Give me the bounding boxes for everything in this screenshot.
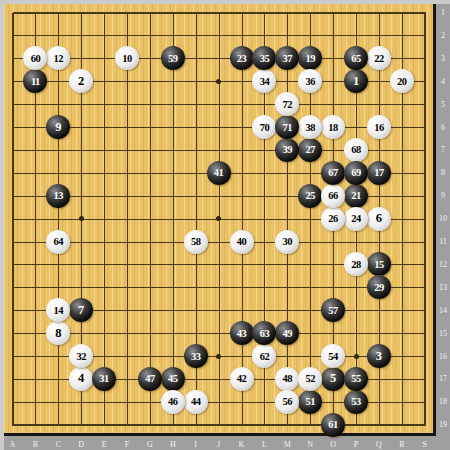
stone-black-57: 57 [321, 298, 345, 322]
stone-black-5: 5 [321, 367, 345, 391]
grid-line-h-19 [13, 424, 426, 426]
stone-black-47: 47 [138, 367, 162, 391]
stone-black-27: 27 [298, 138, 322, 162]
stone-white-56: 56 [275, 390, 299, 414]
column-label-O: O [326, 440, 340, 449]
stone-white-58: 58 [184, 230, 208, 254]
stone-white-2: 2 [69, 69, 93, 93]
stone-white-6: 6 [367, 207, 391, 231]
row-label-12: 12 [436, 260, 450, 269]
row-label-8: 8 [436, 168, 450, 177]
stone-black-65: 65 [344, 46, 368, 70]
stone-white-32: 32 [69, 344, 93, 368]
column-label-Q: Q [372, 440, 386, 449]
stone-white-14: 14 [46, 298, 70, 322]
stone-white-10: 10 [115, 46, 139, 70]
stone-white-4: 4 [69, 367, 93, 391]
stone-white-46: 46 [161, 390, 185, 414]
stone-black-23: 23 [230, 46, 254, 70]
grid-line-v-S [424, 13, 426, 426]
stone-black-35: 35 [252, 46, 276, 70]
stone-white-48: 48 [275, 367, 299, 391]
stone-white-26: 26 [321, 207, 345, 231]
star-point-J16 [216, 354, 221, 359]
stone-black-61: 61 [321, 413, 345, 437]
stone-black-71: 71 [275, 115, 299, 139]
stone-black-53: 53 [344, 390, 368, 414]
stone-black-31: 31 [92, 367, 116, 391]
stone-white-16: 16 [367, 115, 391, 139]
column-label-G: G [143, 440, 157, 449]
stone-white-38: 38 [298, 115, 322, 139]
row-label-10: 10 [436, 214, 450, 223]
row-label-19: 19 [436, 420, 450, 429]
row-label-1: 1 [436, 8, 450, 17]
row-label-7: 7 [436, 145, 450, 154]
stone-white-64: 64 [46, 230, 70, 254]
column-label-L: L [257, 440, 271, 449]
stone-white-60: 60 [23, 46, 47, 70]
row-label-17: 17 [436, 374, 450, 383]
stone-black-13: 13 [46, 184, 70, 208]
kifu-diagram: 1234567891011121314151617181920212223242… [0, 0, 450, 450]
star-point-J10 [216, 216, 221, 221]
column-label-E: E [97, 440, 111, 449]
stone-black-19: 19 [298, 46, 322, 70]
stone-black-49: 49 [275, 321, 299, 345]
grid-line-h-11 [13, 242, 426, 243]
stone-white-40: 40 [230, 230, 254, 254]
stone-white-72: 72 [275, 92, 299, 116]
stone-white-70: 70 [252, 115, 276, 139]
stone-white-8: 8 [46, 321, 70, 345]
stone-black-33: 33 [184, 344, 208, 368]
grid-line-v-K [242, 13, 243, 426]
grid-line-v-M [287, 13, 288, 426]
stone-white-28: 28 [344, 252, 368, 276]
star-point-P16 [354, 354, 359, 359]
column-label-F: F [120, 440, 134, 449]
stone-black-37: 37 [275, 46, 299, 70]
stone-black-67: 67 [321, 161, 345, 185]
column-label-A: A [6, 440, 20, 449]
row-label-15: 15 [436, 329, 450, 338]
column-label-B: B [28, 440, 42, 449]
goban: 1234567891011121314151617181920212223242… [4, 4, 436, 436]
row-label-2: 2 [436, 31, 450, 40]
stone-black-3: 3 [367, 344, 391, 368]
row-label-3: 3 [436, 54, 450, 63]
stone-black-51: 51 [298, 390, 322, 414]
stone-black-43: 43 [230, 321, 254, 345]
column-label-S: S [418, 440, 432, 449]
column-label-J: J [212, 440, 226, 449]
stone-black-59: 59 [161, 46, 185, 70]
stone-black-69: 69 [344, 161, 368, 185]
stone-white-54: 54 [321, 344, 345, 368]
stone-white-42: 42 [230, 367, 254, 391]
grid-line-h-15 [13, 333, 426, 334]
stone-black-25: 25 [298, 184, 322, 208]
stone-white-22: 22 [367, 46, 391, 70]
row-label-4: 4 [436, 77, 450, 86]
row-label-6: 6 [436, 123, 450, 132]
column-label-M: M [280, 440, 294, 449]
grid-line-h-13 [13, 287, 426, 288]
stone-black-7: 7 [69, 298, 93, 322]
stone-white-20: 20 [390, 69, 414, 93]
row-label-14: 14 [436, 306, 450, 315]
stone-black-9: 9 [46, 115, 70, 139]
star-point-J4 [216, 79, 221, 84]
row-label-5: 5 [436, 100, 450, 109]
star-point-D10 [79, 216, 84, 221]
stone-black-39: 39 [275, 138, 299, 162]
stone-black-41: 41 [207, 161, 231, 185]
stone-white-30: 30 [275, 230, 299, 254]
column-label-D: D [74, 440, 88, 449]
stone-black-1: 1 [344, 69, 368, 93]
column-label-P: P [349, 440, 363, 449]
column-label-H: H [166, 440, 180, 449]
stone-black-11: 11 [23, 69, 47, 93]
row-label-13: 13 [436, 283, 450, 292]
row-label-9: 9 [436, 191, 450, 200]
stone-black-17: 17 [367, 161, 391, 185]
stone-black-29: 29 [367, 275, 391, 299]
stone-white-66: 66 [321, 184, 345, 208]
stone-white-62: 62 [252, 344, 276, 368]
stone-white-36: 36 [298, 69, 322, 93]
stone-black-45: 45 [161, 367, 185, 391]
stone-white-34: 34 [252, 69, 276, 93]
stone-white-44: 44 [184, 390, 208, 414]
stone-black-63: 63 [252, 321, 276, 345]
column-label-K: K [235, 440, 249, 449]
stone-black-55: 55 [344, 367, 368, 391]
row-label-16: 16 [436, 352, 450, 361]
column-label-R: R [395, 440, 409, 449]
stone-white-68: 68 [344, 138, 368, 162]
row-label-11: 11 [436, 237, 450, 246]
stone-white-12: 12 [46, 46, 70, 70]
column-label-C: C [51, 440, 65, 449]
row-label-18: 18 [436, 397, 450, 406]
stone-white-18: 18 [321, 115, 345, 139]
stone-black-21: 21 [344, 184, 368, 208]
column-label-N: N [303, 440, 317, 449]
stone-white-24: 24 [344, 207, 368, 231]
stone-white-52: 52 [298, 367, 322, 391]
column-label-I: I [189, 440, 203, 449]
stone-black-15: 15 [367, 252, 391, 276]
